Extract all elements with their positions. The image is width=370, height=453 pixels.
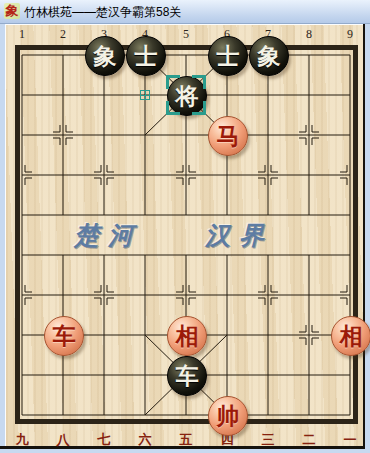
red-horse-glyph: 马 [217, 125, 240, 148]
red-chariot-glyph: 车 [53, 325, 76, 348]
panel-right-edge [363, 24, 365, 446]
move-origin-marker [140, 90, 150, 100]
app-icon: 象 [4, 3, 20, 19]
black-chariot[interactable]: 车 [167, 356, 207, 396]
file-label-bottom-9: 一 [339, 431, 361, 445]
black-advisor-glyph: 士 [135, 45, 158, 68]
red-general[interactable]: 帅 [208, 396, 248, 436]
file-label-bottom-2: 八 [52, 431, 74, 445]
black-advisor[interactable]: 士 [208, 36, 248, 76]
file-label-top-1: 1 [11, 27, 33, 40]
file-label-bottom-8: 二 [298, 431, 320, 445]
file-label-bottom-7: 三 [257, 431, 279, 445]
black-general[interactable]: 将 [167, 76, 207, 116]
window-title: 竹林棋苑——楚汉争霸第58关 [24, 4, 181, 21]
river-label-right: 汉界 [205, 219, 273, 252]
black-elephant[interactable]: 象 [249, 36, 289, 76]
black-chariot-glyph: 车 [176, 365, 199, 388]
black-elephant-glyph: 象 [258, 45, 281, 68]
file-label-bottom-5: 五 [175, 431, 197, 445]
red-elephant[interactable]: 相 [331, 316, 370, 356]
file-label-bottom-4: 六 [134, 431, 156, 445]
red-chariot[interactable]: 车 [44, 316, 84, 356]
file-label-bottom-3: 七 [93, 431, 115, 445]
red-elephant-glyph: 相 [340, 325, 363, 348]
file-label-top-9: 9 [339, 27, 361, 40]
file-label-top-8: 8 [298, 27, 320, 40]
black-advisor-glyph: 士 [217, 45, 240, 68]
red-elephant-glyph: 相 [176, 325, 199, 348]
black-elephant[interactable]: 象 [85, 36, 125, 76]
file-label-top-5: 5 [175, 27, 197, 40]
red-general-glyph: 帅 [217, 405, 240, 428]
red-horse[interactable]: 马 [208, 116, 248, 156]
app-window: 象 竹林棋苑——楚汉争霸第58关 123456789 九八七六五四三二一 楚河 … [0, 0, 370, 453]
file-label-bottom-1: 九 [11, 431, 33, 445]
black-advisor[interactable]: 士 [126, 36, 166, 76]
river-label-left: 楚河 [74, 219, 142, 252]
file-label-top-2: 2 [52, 27, 74, 40]
black-general-glyph: 将 [176, 85, 199, 108]
black-elephant-glyph: 象 [94, 45, 117, 68]
red-elephant[interactable]: 相 [167, 316, 207, 356]
title-bar: 象 竹林棋苑——楚汉争霸第58关 [0, 0, 370, 24]
